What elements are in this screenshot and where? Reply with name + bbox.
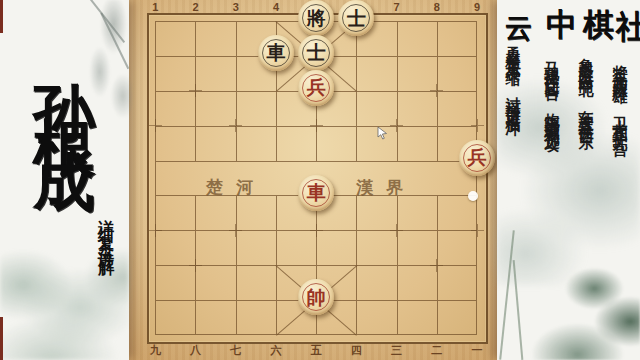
board-cell xyxy=(236,300,276,335)
black-advisor[interactable]: 士 xyxy=(298,35,334,71)
club-name-character: 社 xyxy=(616,6,640,48)
board-cell xyxy=(236,265,276,300)
poem-phrase: 炮隔重城利远攻 xyxy=(542,101,561,129)
file-label-bottom: 一 xyxy=(468,343,486,358)
poem-phrase: 勇卒精兵无畏缩· xyxy=(505,34,521,71)
subtitle-calligraphy: 详细复盘讲解 xyxy=(95,206,116,254)
board-cell xyxy=(356,56,396,91)
last-move-indicator xyxy=(468,191,478,201)
file-label-bottom: 六 xyxy=(267,343,285,358)
file-label-top: 7 xyxy=(388,1,406,13)
file-label-top: 3 xyxy=(227,1,245,13)
point-marker xyxy=(471,119,484,132)
red-chariot[interactable]: 車 xyxy=(298,175,334,211)
point-marker xyxy=(189,84,202,97)
point-marker xyxy=(229,224,242,237)
board-cell xyxy=(397,300,437,335)
scroll-edge xyxy=(0,317,3,360)
file-label-bottom: 四 xyxy=(347,343,365,358)
right-calligraphy-panel: 云中棋社 将军元帅两称雄·卫士相互护九宫象越方田跨南北·车冲直道任西东马驰捷径迂… xyxy=(497,0,640,360)
point-marker xyxy=(430,259,443,272)
river-label-right: 漢界 xyxy=(356,176,416,199)
left-calligraphy-panel: 孙根成 详细复盘讲解 xyxy=(0,0,129,360)
club-name-character: 中 xyxy=(546,4,577,46)
point-marker xyxy=(149,119,162,132)
club-name-character: 棋 xyxy=(583,4,614,46)
board-cell xyxy=(437,300,477,335)
file-label-bottom: 二 xyxy=(428,343,446,358)
poem-column: 将军元帅两称雄·卫士相互护九宫 xyxy=(610,53,629,360)
red-soldier[interactable]: 兵 xyxy=(459,140,495,176)
piece-character: 將 xyxy=(307,9,326,28)
app-window: 楚河 漢界 123456789 九八七六五四三二一 將士車士兵兵車帥 孙根成 详… xyxy=(0,0,640,360)
file-label-bottom: 五 xyxy=(307,343,325,358)
poem-column: 马驰捷径迂回合·炮隔重城利远攻 xyxy=(542,50,561,360)
board-cell xyxy=(195,300,235,335)
point-marker xyxy=(471,224,484,237)
black-general[interactable]: 將 xyxy=(298,0,334,36)
file-label-bottom: 七 xyxy=(227,343,245,358)
poem-phrase: 马驰捷径迂回合· xyxy=(544,50,560,87)
poem-column: 勇卒精兵无畏缩·过河前进可横冲 xyxy=(503,34,522,358)
point-marker xyxy=(430,84,443,97)
piece-character: 士 xyxy=(307,43,326,62)
river-label-left: 楚河 xyxy=(206,176,266,199)
piece-character: 兵 xyxy=(468,148,487,167)
poem-column: 象越方田跨南北·车冲直道任西东 xyxy=(576,46,595,360)
presenter-name-calligraphy: 孙根成 xyxy=(22,34,106,133)
point-marker xyxy=(149,224,162,237)
file-label-bottom: 八 xyxy=(187,343,205,358)
black-chariot[interactable]: 車 xyxy=(258,35,294,71)
poem-phrase: 车冲直道任西东 xyxy=(576,97,595,125)
mouse-cursor xyxy=(373,124,389,140)
point-marker xyxy=(189,259,202,272)
piece-character: 士 xyxy=(347,9,366,28)
poem-phrase: 象越方田跨南北· xyxy=(578,46,594,83)
piece-character: 車 xyxy=(266,43,285,62)
board-cell xyxy=(155,300,195,335)
point-marker xyxy=(229,119,242,132)
point-marker xyxy=(390,224,403,237)
file-label-bottom: 九 xyxy=(146,343,164,358)
board-cell xyxy=(155,161,195,196)
piece-character: 車 xyxy=(307,183,326,202)
file-label-bottom: 三 xyxy=(388,343,406,358)
board-cell xyxy=(356,300,396,335)
poem-phrase: 过河前进可横冲 xyxy=(503,85,522,113)
scroll-edge xyxy=(0,0,3,33)
file-label-top: 4 xyxy=(267,1,285,13)
point-marker xyxy=(310,224,323,237)
board-cell xyxy=(155,21,195,56)
poem-phrase: 将军元帅两称雄· xyxy=(612,53,628,90)
point-marker xyxy=(390,119,403,132)
file-label-top: 2 xyxy=(187,1,205,13)
board-cell xyxy=(195,21,235,56)
board-cell xyxy=(356,265,396,300)
piece-character: 帥 xyxy=(307,288,326,307)
piece-character: 兵 xyxy=(307,78,326,97)
file-label-top: 1 xyxy=(146,1,164,13)
point-marker xyxy=(310,119,323,132)
file-label-top: 8 xyxy=(428,1,446,13)
board-cell xyxy=(397,21,437,56)
red-soldier[interactable]: 兵 xyxy=(298,70,334,106)
file-label-top: 9 xyxy=(468,1,486,13)
board-cell xyxy=(437,21,477,56)
poem-phrase: 卫士相互护九宫 xyxy=(610,104,629,132)
